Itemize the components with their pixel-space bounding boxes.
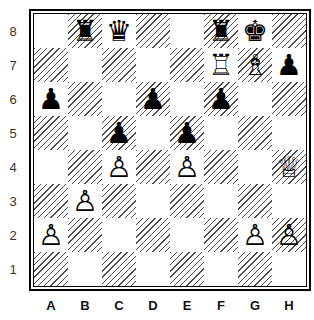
- square-b8[interactable]: ♜: [68, 14, 102, 48]
- square-d2[interactable]: [136, 218, 170, 252]
- rank-label-6: 6: [0, 82, 26, 116]
- chess-board: ♜♛♜♚♖♗♟♟♟♟♟♟♙♙♕♙♙♙♙: [33, 13, 307, 287]
- square-e4[interactable]: ♙: [170, 150, 204, 184]
- square-e8[interactable]: [170, 14, 204, 48]
- rank-label-3: 3: [0, 184, 26, 218]
- file-label-a: A: [34, 296, 68, 314]
- rank-label-8: 8: [0, 14, 26, 48]
- rank-label-2: 2: [0, 218, 26, 252]
- piece-white-pawn-e4: ♙: [174, 150, 200, 184]
- piece-black-pawn-h7: ♟: [276, 48, 302, 82]
- square-f2[interactable]: [204, 218, 238, 252]
- square-b5[interactable]: [68, 116, 102, 150]
- piece-black-king-g8: ♚: [242, 14, 268, 48]
- square-a1[interactable]: [34, 252, 68, 286]
- square-a4[interactable]: [34, 150, 68, 184]
- square-b3[interactable]: ♙: [68, 184, 102, 218]
- square-h6[interactable]: [272, 82, 306, 116]
- square-f7[interactable]: ♖: [204, 48, 238, 82]
- square-c6[interactable]: [102, 82, 136, 116]
- square-a6[interactable]: ♟: [34, 82, 68, 116]
- square-c2[interactable]: [102, 218, 136, 252]
- square-e1[interactable]: [170, 252, 204, 286]
- piece-black-pawn-f6: ♟: [208, 82, 234, 116]
- piece-white-bishop-g7: ♗: [242, 48, 268, 82]
- square-g3[interactable]: [238, 184, 272, 218]
- square-h8[interactable]: [272, 14, 306, 48]
- rank-labels: 87654321: [0, 14, 26, 286]
- square-c7[interactable]: [102, 48, 136, 82]
- square-f6[interactable]: ♟: [204, 82, 238, 116]
- chess-board-frame: ♜♛♜♚♖♗♟♟♟♟♟♟♙♙♕♙♙♙♙: [29, 9, 311, 291]
- piece-white-pawn-g2: ♙: [242, 218, 268, 252]
- file-label-d: D: [136, 296, 170, 314]
- square-h2[interactable]: ♙: [272, 218, 306, 252]
- file-labels: ABCDEFGH: [34, 296, 306, 314]
- square-d3[interactable]: [136, 184, 170, 218]
- square-a7[interactable]: [34, 48, 68, 82]
- square-g8[interactable]: ♚: [238, 14, 272, 48]
- square-b2[interactable]: [68, 218, 102, 252]
- chess-diagram: 87654321 ♜♛♜♚♖♗♟♟♟♟♟♟♙♙♕♙♙♙♙ ABCDEFGH: [0, 0, 314, 320]
- piece-black-pawn-c5: ♟: [106, 116, 132, 150]
- square-g6[interactable]: [238, 82, 272, 116]
- piece-white-pawn-h2: ♙: [276, 218, 302, 252]
- piece-white-queen-h4: ♕: [276, 150, 302, 184]
- square-h1[interactable]: [272, 252, 306, 286]
- piece-black-pawn-a6: ♟: [38, 82, 64, 116]
- square-b7[interactable]: [68, 48, 102, 82]
- rank-label-7: 7: [0, 48, 26, 82]
- square-a5[interactable]: [34, 116, 68, 150]
- square-d1[interactable]: [136, 252, 170, 286]
- file-label-f: F: [204, 296, 238, 314]
- square-g7[interactable]: ♗: [238, 48, 272, 82]
- piece-black-rook-f8: ♜: [208, 14, 234, 48]
- square-a2[interactable]: ♙: [34, 218, 68, 252]
- square-h7[interactable]: ♟: [272, 48, 306, 82]
- rank-label-1: 1: [0, 252, 26, 286]
- file-label-h: H: [272, 296, 306, 314]
- square-f8[interactable]: ♜: [204, 14, 238, 48]
- square-h5[interactable]: [272, 116, 306, 150]
- square-a3[interactable]: [34, 184, 68, 218]
- square-c4[interactable]: ♙: [102, 150, 136, 184]
- square-e6[interactable]: [170, 82, 204, 116]
- square-e7[interactable]: [170, 48, 204, 82]
- square-d5[interactable]: [136, 116, 170, 150]
- square-b1[interactable]: [68, 252, 102, 286]
- file-label-c: C: [102, 296, 136, 314]
- piece-white-rook-f7: ♖: [208, 48, 234, 82]
- file-label-e: E: [170, 296, 204, 314]
- square-a8[interactable]: [34, 14, 68, 48]
- square-c1[interactable]: [102, 252, 136, 286]
- square-h4[interactable]: ♕: [272, 150, 306, 184]
- piece-black-rook-b8: ♜: [72, 14, 98, 48]
- square-g2[interactable]: ♙: [238, 218, 272, 252]
- piece-black-queen-c8: ♛: [106, 14, 132, 48]
- piece-black-pawn-e5: ♟: [174, 116, 200, 150]
- square-f1[interactable]: [204, 252, 238, 286]
- rank-label-4: 4: [0, 150, 26, 184]
- square-d7[interactable]: [136, 48, 170, 82]
- piece-black-pawn-d6: ♟: [140, 82, 166, 116]
- piece-white-pawn-b3: ♙: [72, 184, 98, 218]
- rank-label-5: 5: [0, 116, 26, 150]
- square-e3[interactable]: [170, 184, 204, 218]
- file-label-b: B: [68, 296, 102, 314]
- square-c3[interactable]: [102, 184, 136, 218]
- square-f4[interactable]: [204, 150, 238, 184]
- square-e2[interactable]: [170, 218, 204, 252]
- square-b4[interactable]: [68, 150, 102, 184]
- square-g5[interactable]: [238, 116, 272, 150]
- square-e5[interactable]: ♟: [170, 116, 204, 150]
- square-g4[interactable]: [238, 150, 272, 184]
- square-d6[interactable]: ♟: [136, 82, 170, 116]
- file-label-g: G: [238, 296, 272, 314]
- square-c8[interactable]: ♛: [102, 14, 136, 48]
- piece-white-pawn-c4: ♙: [106, 150, 132, 184]
- square-f3[interactable]: [204, 184, 238, 218]
- piece-white-pawn-a2: ♙: [38, 218, 64, 252]
- square-h3[interactable]: [272, 184, 306, 218]
- square-f5[interactable]: [204, 116, 238, 150]
- square-b6[interactable]: [68, 82, 102, 116]
- square-c5[interactable]: ♟: [102, 116, 136, 150]
- square-d4[interactable]: [136, 150, 170, 184]
- square-g1[interactable]: [238, 252, 272, 286]
- square-d8[interactable]: [136, 14, 170, 48]
